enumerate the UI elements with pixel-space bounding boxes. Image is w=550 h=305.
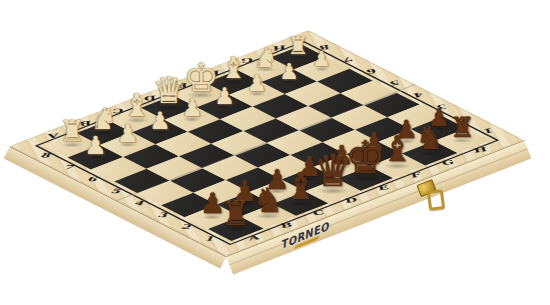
rank-label-left-8: 8 xyxy=(34,151,59,160)
rank-label-left-6: 6 xyxy=(80,175,105,184)
rank-label-right-8: 8 xyxy=(313,42,336,52)
product-photo-chess-set: TORNEO 88AA77BB66CC55DD44EE33FF22GG11HH … xyxy=(0,0,550,305)
rank-label-left-7: 7 xyxy=(57,163,82,172)
rank-label-right-3: 3 xyxy=(430,102,453,112)
rank-label-left-4: 4 xyxy=(127,199,152,208)
rank-label-right-1: 1 xyxy=(477,125,500,135)
rank-label-left-5: 5 xyxy=(104,187,129,196)
brass-clasp-icon xyxy=(416,178,446,213)
rank-label-left-2: 2 xyxy=(174,223,199,232)
rank-label-right-4: 4 xyxy=(406,90,429,100)
rank-label-right-6: 6 xyxy=(360,66,383,76)
rank-label-right-5: 5 xyxy=(383,78,406,88)
rank-label-right-7: 7 xyxy=(336,54,359,64)
rank-label-right-2: 2 xyxy=(453,113,476,123)
chess-board: 88AA77BB66CC55DD44EE33FF22GG11HH xyxy=(10,30,524,256)
rank-label-left-3: 3 xyxy=(151,211,176,220)
clasp-loop xyxy=(427,189,445,211)
rank-label-left-1: 1 xyxy=(198,234,223,243)
